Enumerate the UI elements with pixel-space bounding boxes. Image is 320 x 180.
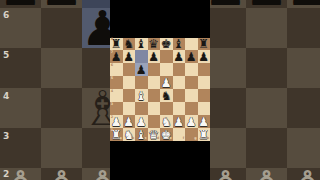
- square-b6[interactable]: [123, 63, 136, 76]
- bg-square-f7: ♟: [205, 0, 246, 8]
- bg-square-h7: ♟: [287, 0, 320, 8]
- square-g5[interactable]: [185, 76, 198, 89]
- chess-board: ♜8♞♝♛♚♝♜♟7♟♟♟♟♟6♟5♟4♝♞3♟2♟♟♞♟♟♟♜1a♞b♝c♛d…: [110, 38, 210, 142]
- bg-square-g4: [246, 88, 287, 128]
- file-coord-a: a: [119, 137, 121, 140]
- square-b8[interactable]: ♞: [123, 38, 136, 51]
- square-f4[interactable]: [173, 89, 186, 102]
- square-b4[interactable]: [123, 89, 136, 102]
- square-a2[interactable]: ♟2: [110, 115, 123, 128]
- bg-square-g7: ♟: [246, 0, 287, 8]
- square-h1[interactable]: ♜h: [198, 128, 211, 141]
- file-coord-g: g: [194, 137, 196, 140]
- rank-coord-4: 4: [111, 90, 113, 93]
- bg-square-h4: [287, 88, 320, 128]
- file-coord-f: f: [183, 137, 184, 140]
- black-bishop-c8: ♝: [136, 38, 147, 50]
- black-pawn-c6: ♟: [136, 64, 147, 76]
- bg-square-b4: [41, 88, 82, 128]
- black-pawn-f7: ♟: [173, 51, 184, 63]
- black-rook-h8: ♜: [198, 38, 209, 50]
- square-g4[interactable]: [185, 89, 198, 102]
- square-d5[interactable]: [148, 76, 161, 89]
- square-h4[interactable]: [198, 89, 211, 102]
- file-coord-d: d: [157, 137, 159, 140]
- square-d7[interactable]: ♟: [148, 50, 161, 63]
- white-pawn-f2: ♟: [173, 116, 184, 128]
- white-pawn-g2: ♟: [186, 116, 197, 128]
- bg-square-h2: ♙: [287, 168, 320, 180]
- square-g6[interactable]: [185, 63, 198, 76]
- square-c8[interactable]: ♝: [135, 38, 148, 51]
- square-h3[interactable]: [198, 102, 211, 115]
- rank-coord-3: 3: [111, 103, 113, 106]
- bg-square-a7: ♟: [0, 0, 41, 8]
- square-c4[interactable]: ♝: [135, 89, 148, 102]
- rank-coord-6: 6: [111, 64, 113, 67]
- bg-rank-label-6: 6: [3, 10, 9, 20]
- square-g1[interactable]: g: [185, 128, 198, 141]
- square-c1[interactable]: ♝c: [135, 128, 148, 141]
- square-g8[interactable]: [185, 38, 198, 51]
- white-pawn-h2-bg: ♙: [286, 164, 320, 180]
- square-g2[interactable]: ♟: [185, 115, 198, 128]
- file-coord-e: e: [169, 137, 171, 140]
- rank-coord-5: 5: [111, 77, 113, 80]
- rank-coord-2: 2: [111, 116, 113, 119]
- white-pawn-b2-bg: ♙: [40, 164, 83, 180]
- square-f6[interactable]: [173, 63, 186, 76]
- square-g7[interactable]: ♟: [185, 50, 198, 63]
- black-pawn-g7: ♟: [186, 51, 197, 63]
- bg-square-h6: [287, 8, 320, 48]
- white-pawn-b2: ♟: [123, 116, 134, 128]
- square-c6[interactable]: ♟: [135, 63, 148, 76]
- black-pawn-d7: ♟: [148, 51, 159, 63]
- square-e3[interactable]: [160, 102, 173, 115]
- bg-rank-label-3: 3: [3, 131, 9, 141]
- bg-square-b2: ♙: [41, 168, 82, 180]
- bg-rank-label-5: 5: [3, 50, 9, 60]
- black-knight-e4: ♞: [161, 90, 172, 102]
- square-a5[interactable]: 5: [110, 76, 123, 89]
- square-d3[interactable]: [148, 102, 161, 115]
- square-h6[interactable]: [198, 63, 211, 76]
- square-c3[interactable]: [135, 102, 148, 115]
- bg-square-h5: [287, 48, 320, 88]
- square-f5[interactable]: [173, 76, 186, 89]
- bg-rank-label-4: 4: [3, 91, 9, 101]
- square-b7[interactable]: ♟: [123, 50, 136, 63]
- black-king-e8: ♚: [161, 38, 172, 50]
- square-e8[interactable]: ♚: [160, 38, 173, 51]
- bg-square-b6: [41, 8, 82, 48]
- bg-square-g2: ♙: [246, 168, 287, 180]
- bg-rank-label-2: 2: [3, 169, 9, 179]
- black-bishop-f8: ♝: [173, 38, 184, 50]
- square-b2[interactable]: ♟: [123, 115, 136, 128]
- square-d8[interactable]: ♛: [148, 38, 161, 51]
- square-d4[interactable]: [148, 89, 161, 102]
- square-c5[interactable]: [135, 76, 148, 89]
- square-b5[interactable]: [123, 76, 136, 89]
- square-c7[interactable]: [135, 50, 148, 63]
- white-knight-e2: ♞: [161, 116, 172, 128]
- bg-square-g5: [246, 48, 287, 88]
- video-frame: ♟♟♟♟♟♟♟♙♗♞♙♙♙♘♙♙♙ 6 5 4 3 2 ♜8♞♝♛♚♝♜♟7♟♟…: [0, 0, 320, 180]
- square-e7[interactable]: [160, 50, 173, 63]
- white-pawn-h2: ♟: [198, 116, 209, 128]
- square-a4[interactable]: 4: [110, 89, 123, 102]
- bg-square-b5: [41, 48, 82, 88]
- square-a3[interactable]: 3: [110, 102, 123, 115]
- square-a6[interactable]: 6: [110, 63, 123, 76]
- black-queen-d8: ♛: [148, 38, 159, 50]
- bg-square-f4: [205, 88, 246, 128]
- black-pawn-h7: ♟: [198, 51, 209, 63]
- square-h5[interactable]: [198, 76, 211, 89]
- square-e2[interactable]: ♞: [160, 115, 173, 128]
- square-a1[interactable]: ♜1a: [110, 128, 123, 141]
- square-f7[interactable]: ♟: [173, 50, 186, 63]
- square-d1[interactable]: ♛d: [148, 128, 161, 141]
- square-b1[interactable]: ♞b: [123, 128, 136, 141]
- square-a8[interactable]: ♜8: [110, 38, 123, 51]
- square-b3[interactable]: [123, 102, 136, 115]
- square-d2[interactable]: [148, 115, 161, 128]
- white-pawn-c2: ♟: [136, 116, 147, 128]
- square-f8[interactable]: ♝: [173, 38, 186, 51]
- square-e6[interactable]: [160, 63, 173, 76]
- black-knight-b8: ♞: [123, 38, 134, 50]
- square-h8[interactable]: ♜: [198, 38, 211, 51]
- square-d6[interactable]: [148, 63, 161, 76]
- black-pawn-b7: ♟: [123, 51, 134, 63]
- file-coord-h: h: [207, 137, 209, 140]
- bg-square-f5: [205, 48, 246, 88]
- bg-square-g6: [246, 8, 287, 48]
- square-f3[interactable]: [173, 102, 186, 115]
- rank-coord-7: 7: [111, 51, 113, 54]
- bg-square-f2: ♙: [205, 168, 246, 180]
- square-h7[interactable]: ♟: [198, 50, 211, 63]
- square-a7[interactable]: ♟7: [110, 50, 123, 63]
- bg-square-b7: ♟: [41, 0, 82, 8]
- file-coord-b: b: [132, 137, 134, 140]
- square-f2[interactable]: ♟: [173, 115, 186, 128]
- square-f1[interactable]: f: [173, 128, 186, 141]
- square-g3[interactable]: [185, 102, 198, 115]
- rank-coord-8: 8: [111, 38, 113, 41]
- file-coord-c: c: [145, 137, 147, 140]
- square-e5[interactable]: ♟: [160, 76, 173, 89]
- rank-coord-1: 1: [111, 129, 113, 132]
- white-pawn-f2-bg: ♙: [204, 164, 247, 180]
- square-e4[interactable]: ♞: [160, 89, 173, 102]
- white-pawn-e5: ♟: [161, 77, 172, 89]
- square-h2[interactable]: ♟: [198, 115, 211, 128]
- white-pawn-g2-bg: ♙: [245, 164, 288, 180]
- bg-square-f6: [205, 8, 246, 48]
- square-e1[interactable]: ♚e: [160, 128, 173, 141]
- white-bishop-c4: ♝: [136, 90, 147, 102]
- square-c2[interactable]: ♟: [135, 115, 148, 128]
